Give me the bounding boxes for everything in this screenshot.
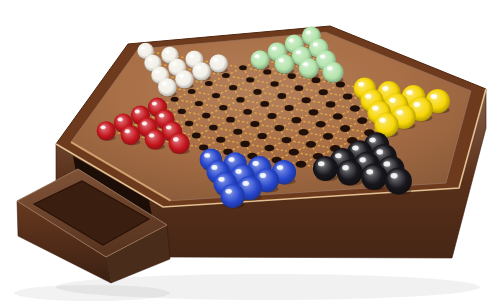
marble-specular-highlight [382,86,388,91]
marble-specular-highlight [159,114,164,118]
marble-specular-highlight [148,58,152,61]
marble-specular-highlight [379,118,385,123]
hole-r6-c7[interactable] [270,81,278,87]
marble-specular-highlight [318,161,325,166]
hole-r6-c2[interactable] [185,121,193,127]
marble-red-r4-c0[interactable] [97,121,116,140]
marble-specular-highlight [352,145,359,150]
marble-specular-highlight [272,46,277,50]
marble-specular-highlight [359,157,366,162]
hole-r8-c6[interactable] [302,97,311,103]
hole-r5-c6[interactable] [229,85,237,90]
hole-r7-c2[interactable] [209,125,218,131]
marble-specular-highlight [391,173,398,178]
marble-specular-highlight [279,58,284,62]
marble-specular-highlight [376,149,383,154]
marble-specular-highlight [296,50,301,54]
hole-r9-c8[interactable] [343,93,353,99]
marble-specular-highlight [303,62,308,66]
marble-specular-highlight [320,54,325,58]
marble-specular-highlight [365,94,371,99]
hole-r5-c3[interactable] [178,109,186,114]
marble-green-r4-c9[interactable] [251,50,270,69]
marble-green-r6-c9[interactable] [299,58,319,78]
marble-specular-highlight [225,189,231,194]
marble-specular-highlight [142,121,147,125]
marble-specular-highlight [152,102,157,106]
hole-r8-c5[interactable] [285,105,294,111]
marble-specular-highlight [172,62,177,66]
marble-specular-highlight [179,74,184,78]
marble-specular-highlight [313,42,318,46]
marble-blue-r12-c0[interactable] [220,184,244,208]
marble-specular-highlight [189,54,194,58]
marble-specular-highlight [260,173,266,178]
marble-black-r15-c0[interactable] [361,164,387,190]
marble-specular-highlight [406,90,412,95]
marble-specular-highlight [101,125,106,129]
marble-specular-highlight [243,181,249,186]
hole-r5-c4[interactable] [195,101,203,106]
marble-specular-highlight [165,50,169,53]
marble-specular-highlight [253,161,259,166]
marble-specular-highlight [162,82,167,86]
marble-specular-highlight [366,169,373,174]
hole-r10-c5[interactable] [299,129,309,135]
hole-r10-c3[interactable] [264,145,274,151]
marble-green-r5-c9[interactable] [275,54,295,74]
hole-r9-c3[interactable] [257,133,267,139]
hole-r9-c2[interactable] [240,141,250,147]
hole-r5-c7[interactable] [246,77,254,82]
hole-r8-c4[interactable] [267,113,276,119]
marble-red-r5-c0[interactable] [121,125,141,145]
hole-r6-c5[interactable] [236,97,244,103]
hole-r11-c7[interactable] [340,125,350,132]
marble-specular-highlight [149,133,154,137]
marble-white-r3-c2[interactable] [192,62,211,81]
marble-specular-highlight [306,31,311,35]
marble-specular-highlight [155,70,160,74]
hole-r8-c3[interactable] [250,121,259,127]
marble-specular-highlight [228,157,234,162]
marble-specular-highlight [213,58,218,62]
hole-r9-c6[interactable] [309,109,319,115]
marble-specular-highlight [125,129,130,133]
hole-r10-c8[interactable] [350,105,360,111]
hole-r11-c5[interactable] [306,141,316,148]
hole-r4-c8[interactable] [239,65,247,70]
marble-specular-highlight [235,169,241,174]
marble-specular-highlight [135,110,140,114]
hole-r5-c5[interactable] [212,93,220,98]
marble-red-r6-c0[interactable] [145,129,165,149]
hole-r8-c2[interactable] [233,129,242,135]
marble-white-r3-c3[interactable] [209,54,228,73]
marble-white-r3-c0[interactable] [158,78,177,97]
hole-r10-c4[interactable] [282,137,292,143]
hole-r9-c5[interactable] [292,117,302,123]
marble-specular-highlight [218,177,224,182]
chinese-checkers-product-photo [0,0,500,306]
hole-r5-c8[interactable] [263,69,271,74]
hole-r7-c3[interactable] [226,117,235,123]
marble-specular-highlight [431,94,437,99]
hole-r7-c6[interactable] [277,93,286,99]
marble-specular-highlight [204,153,210,157]
hole-r7-c5[interactable] [260,101,269,107]
hole-r9-c4[interactable] [275,125,285,131]
hole-r7-c4[interactable] [243,109,252,115]
hole-r4-c7[interactable] [222,73,230,78]
marble-specular-highlight [327,66,332,70]
marble-red-r7-c0[interactable] [169,133,190,154]
marble-specular-highlight [389,98,395,103]
marble-specular-highlight [372,106,378,111]
hole-r7-c7[interactable] [295,85,304,91]
marble-specular-highlight [141,46,145,49]
hole-r10-c7[interactable] [333,113,343,119]
marble-specular-highlight [369,138,376,143]
marble-specular-highlight [118,118,123,122]
hole-r7-c1[interactable] [192,133,201,139]
marble-white-r3-c1[interactable] [175,70,194,89]
marble-specular-highlight [166,126,171,130]
marble-green-r7-c9[interactable] [323,62,344,83]
marble-specular-highlight [196,66,201,70]
hole-r11-c6[interactable] [323,133,333,140]
hole-r6-c6[interactable] [253,89,261,95]
hole-r6-c4[interactable] [219,105,227,111]
hole-r6-c3[interactable] [202,113,210,119]
hole-r9-c7[interactable] [326,101,336,107]
hole-r4-c4[interactable] [171,97,179,102]
hole-r11-c8[interactable] [357,117,367,124]
marble-specular-highlight [173,137,178,141]
marble-black-r13-c0[interactable] [313,156,338,181]
hole-r4-c5[interactable] [188,89,196,94]
hole-r8-c7[interactable] [319,89,328,95]
marble-specular-highlight [254,54,259,58]
marble-specular-highlight [277,165,283,170]
marble-specular-highlight [335,153,342,158]
marble-specular-highlight [342,165,349,170]
hole-r10-c6[interactable] [316,121,326,127]
hole-r11-c4[interactable] [289,149,299,156]
marble-black-r16-c0[interactable] [385,168,412,195]
drawer-shadow [14,285,170,301]
marble-specular-highlight [358,82,364,86]
scene-svg [0,0,500,306]
marble-specular-highlight [396,110,402,115]
marble-specular-highlight [211,165,217,170]
hole-r6-c8[interactable] [288,73,296,79]
hole-r8-c1[interactable] [216,137,225,143]
hole-r4-c6[interactable] [205,81,213,86]
marble-specular-highlight [414,102,420,107]
marble-specular-highlight [383,161,390,166]
hole-r12-c4[interactable] [296,161,307,168]
marble-black-r14-c0[interactable] [337,160,363,186]
marble-specular-highlight [289,39,294,43]
